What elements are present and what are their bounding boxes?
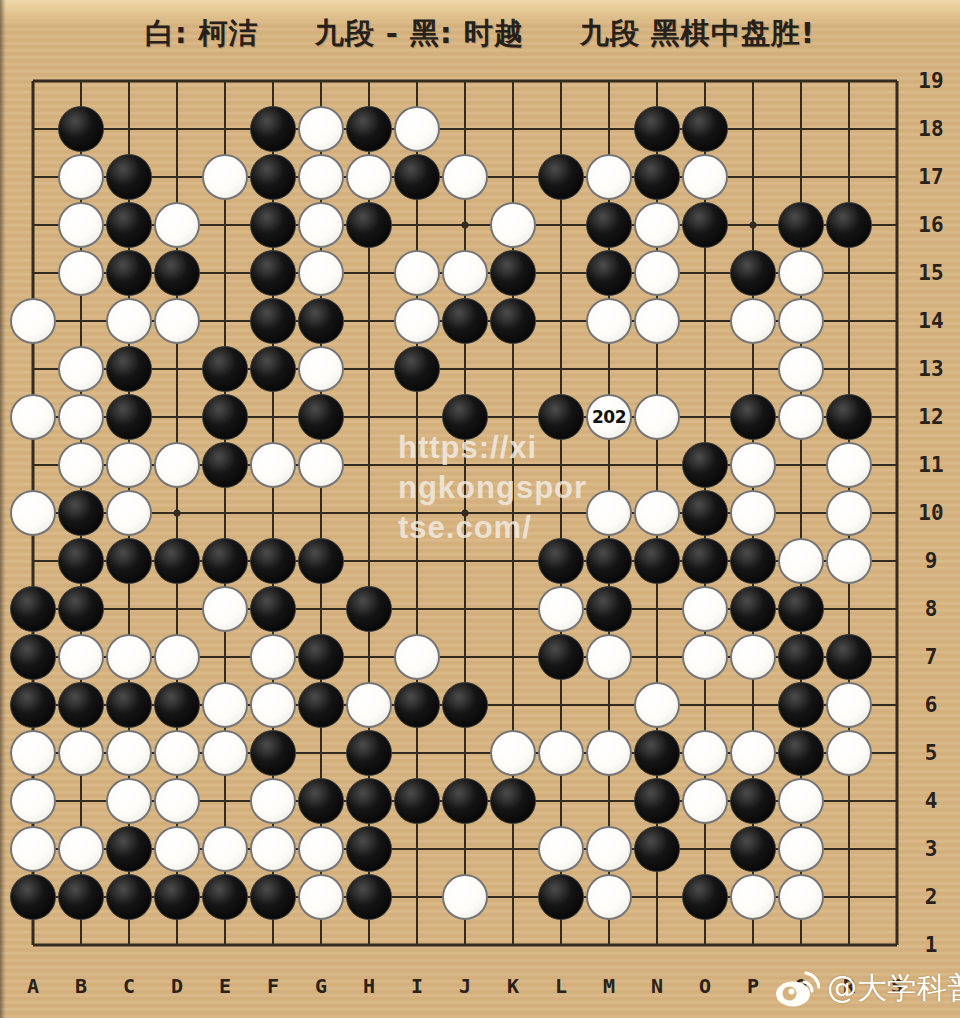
stone-white-F6	[250, 682, 296, 728]
go-game-screenshot: 白: 柯洁九段 - 黑: 时越九段 黑棋中盘胜! 202 ABCDEFGHIJK…	[0, 0, 960, 1018]
stone-white-F11	[250, 442, 296, 488]
result-label: 九段 黑棋中盘胜!	[580, 14, 815, 54]
stone-black-D15	[154, 250, 200, 296]
stone-white-A10	[10, 490, 56, 536]
stone-white-G17	[298, 154, 344, 200]
stone-black-L17	[538, 154, 584, 200]
stone-black-E9	[202, 538, 248, 584]
stone-white-I7	[394, 634, 440, 680]
col-label-I: I	[397, 974, 437, 998]
col-label-G: G	[301, 974, 341, 998]
col-label-H: H	[349, 974, 389, 998]
row-label-6: 6	[908, 693, 954, 717]
stone-black-N4	[634, 778, 680, 824]
stone-white-E5	[202, 730, 248, 776]
stone-black-O18	[682, 106, 728, 152]
stone-black-M16	[586, 202, 632, 248]
stone-black-P8	[730, 586, 776, 632]
stone-white-Q3	[778, 826, 824, 872]
stone-white-B12	[58, 394, 104, 440]
stone-black-A6	[10, 682, 56, 728]
col-label-L: L	[541, 974, 581, 998]
stone-black-O2	[682, 874, 728, 920]
stone-black-F16	[250, 202, 296, 248]
stone-white-L8	[538, 586, 584, 632]
stone-white-A14	[10, 298, 56, 344]
stone-white-P5	[730, 730, 776, 776]
url-watermark: https://xi ngkongspor tse.com/	[398, 428, 587, 548]
stone-white-N16	[634, 202, 680, 248]
col-label-J: J	[445, 974, 485, 998]
stone-white-M10	[586, 490, 632, 536]
col-label-O: O	[685, 974, 725, 998]
stone-white-G11	[298, 442, 344, 488]
left-edge-shadow	[0, 0, 6, 1018]
star-point	[750, 222, 757, 229]
stone-black-H3	[346, 826, 392, 872]
stone-white-D14	[154, 298, 200, 344]
stone-black-F13	[250, 346, 296, 392]
stone-black-R16	[826, 202, 872, 248]
stone-black-H4	[346, 778, 392, 824]
stone-white-M3	[586, 826, 632, 872]
stone-black-I6	[394, 682, 440, 728]
stone-black-G12	[298, 394, 344, 440]
stone-white-N14	[634, 298, 680, 344]
stone-black-F5	[250, 730, 296, 776]
stone-white-M12: 202	[586, 394, 632, 440]
stone-black-F15	[250, 250, 296, 296]
stone-black-Q5	[778, 730, 824, 776]
row-label-13: 13	[908, 357, 954, 381]
stone-black-A7	[10, 634, 56, 680]
stone-white-D16	[154, 202, 200, 248]
stone-black-P12	[730, 394, 776, 440]
stone-black-Q8	[778, 586, 824, 632]
stone-black-I17	[394, 154, 440, 200]
stone-white-C14	[106, 298, 152, 344]
stone-black-B10	[58, 490, 104, 536]
stone-white-Q14	[778, 298, 824, 344]
stone-black-C6	[106, 682, 152, 728]
stone-black-R12	[826, 394, 872, 440]
stone-black-H8	[346, 586, 392, 632]
stone-white-A5	[10, 730, 56, 776]
stone-white-J2	[442, 874, 488, 920]
stone-black-N5	[634, 730, 680, 776]
stone-white-H17	[346, 154, 392, 200]
ranks-and-black-player-label: 九段 - 黑: 时越	[315, 14, 524, 54]
stone-white-R11	[826, 442, 872, 488]
stone-white-G2	[298, 874, 344, 920]
stone-white-N6	[634, 682, 680, 728]
stone-black-A2	[10, 874, 56, 920]
row-label-15: 15	[908, 261, 954, 285]
stone-black-P9	[730, 538, 776, 584]
row-label-5: 5	[908, 741, 954, 765]
stone-white-M5	[586, 730, 632, 776]
stone-white-O17	[682, 154, 728, 200]
stone-black-N17	[634, 154, 680, 200]
stone-black-Q7	[778, 634, 824, 680]
stone-black-Q6	[778, 682, 824, 728]
weibo-handle: @大学科普	[827, 968, 960, 1009]
stone-white-Q15	[778, 250, 824, 296]
row-label-12: 12	[908, 405, 954, 429]
row-label-9: 9	[908, 549, 954, 573]
stone-white-P7	[730, 634, 776, 680]
stone-black-E12	[202, 394, 248, 440]
stone-white-M17	[586, 154, 632, 200]
stone-black-P3	[730, 826, 776, 872]
stone-black-D2	[154, 874, 200, 920]
stone-white-F7	[250, 634, 296, 680]
stone-white-M14	[586, 298, 632, 344]
stone-white-O5	[682, 730, 728, 776]
stone-black-E13	[202, 346, 248, 392]
stone-black-J12	[442, 394, 488, 440]
stone-white-F4	[250, 778, 296, 824]
stone-black-C3	[106, 826, 152, 872]
stone-black-H5	[346, 730, 392, 776]
stone-black-E2	[202, 874, 248, 920]
stone-white-G13	[298, 346, 344, 392]
stone-white-D11	[154, 442, 200, 488]
weibo-watermark: @大学科普	[774, 966, 960, 1010]
stone-black-H18	[346, 106, 392, 152]
col-label-B: B	[61, 974, 101, 998]
stone-white-G15	[298, 250, 344, 296]
stone-white-D7	[154, 634, 200, 680]
stone-black-J14	[442, 298, 488, 344]
row-label-7: 7	[908, 645, 954, 669]
row-label-19: 19	[908, 69, 954, 93]
stone-black-O11	[682, 442, 728, 488]
stone-black-P15	[730, 250, 776, 296]
stone-black-G4	[298, 778, 344, 824]
row-label-10: 10	[908, 501, 954, 525]
white-player-label: 白: 柯洁	[145, 14, 259, 54]
row-label-2: 2	[908, 885, 954, 909]
stone-white-B16	[58, 202, 104, 248]
stone-black-B18	[58, 106, 104, 152]
stone-black-P4	[730, 778, 776, 824]
stone-black-O10	[682, 490, 728, 536]
stone-black-K14	[490, 298, 536, 344]
row-label-16: 16	[908, 213, 954, 237]
row-label-11: 11	[908, 453, 954, 477]
col-label-K: K	[493, 974, 533, 998]
stone-black-C13	[106, 346, 152, 392]
stone-white-Q12	[778, 394, 824, 440]
col-label-A: A	[13, 974, 53, 998]
col-label-F: F	[253, 974, 293, 998]
stone-white-H6	[346, 682, 392, 728]
stone-white-L3	[538, 826, 584, 872]
stone-white-N15	[634, 250, 680, 296]
stone-black-I4	[394, 778, 440, 824]
stone-white-P10	[730, 490, 776, 536]
stone-black-M8	[586, 586, 632, 632]
stone-white-Q9	[778, 538, 824, 584]
col-label-D: D	[157, 974, 197, 998]
stone-black-C2	[106, 874, 152, 920]
stone-white-B13	[58, 346, 104, 392]
star-point	[462, 222, 469, 229]
stone-black-J4	[442, 778, 488, 824]
stone-white-I18	[394, 106, 440, 152]
stone-black-L9	[538, 538, 584, 584]
stone-white-J15	[442, 250, 488, 296]
stone-white-G18	[298, 106, 344, 152]
stone-black-O16	[682, 202, 728, 248]
row-label-18: 18	[908, 117, 954, 141]
stone-white-R6	[826, 682, 872, 728]
stone-white-D4	[154, 778, 200, 824]
game-result-title: 白: 柯洁九段 - 黑: 时越九段 黑棋中盘胜!	[0, 14, 960, 54]
stone-white-A3	[10, 826, 56, 872]
stone-black-H16	[346, 202, 392, 248]
stone-white-B7	[58, 634, 104, 680]
stone-white-P14	[730, 298, 776, 344]
stone-black-D6	[154, 682, 200, 728]
stone-white-A12	[10, 394, 56, 440]
col-label-C: C	[109, 974, 149, 998]
stone-white-R9	[826, 538, 872, 584]
stone-white-C5	[106, 730, 152, 776]
stone-white-B5	[58, 730, 104, 776]
stone-white-M2	[586, 874, 632, 920]
stone-white-E17	[202, 154, 248, 200]
stone-black-B8	[58, 586, 104, 632]
stone-black-G14	[298, 298, 344, 344]
move-number-label: 202	[588, 396, 630, 438]
stone-white-Q2	[778, 874, 824, 920]
stone-black-L12	[538, 394, 584, 440]
stone-white-C7	[106, 634, 152, 680]
stone-black-N3	[634, 826, 680, 872]
row-label-17: 17	[908, 165, 954, 189]
stone-white-P11	[730, 442, 776, 488]
stone-white-G16	[298, 202, 344, 248]
stone-black-E11	[202, 442, 248, 488]
stone-white-C10	[106, 490, 152, 536]
stone-white-I14	[394, 298, 440, 344]
stone-white-P2	[730, 874, 776, 920]
stone-white-N12	[634, 394, 680, 440]
stone-black-A8	[10, 586, 56, 632]
weibo-icon	[774, 968, 820, 1008]
stone-white-J17	[442, 154, 488, 200]
stone-white-O4	[682, 778, 728, 824]
stone-black-O9	[682, 538, 728, 584]
stone-black-F18	[250, 106, 296, 152]
stone-white-D3	[154, 826, 200, 872]
col-label-M: M	[589, 974, 629, 998]
col-label-E: E	[205, 974, 245, 998]
stone-black-L2	[538, 874, 584, 920]
stone-black-G9	[298, 538, 344, 584]
stone-white-B15	[58, 250, 104, 296]
row-label-14: 14	[908, 309, 954, 333]
stone-black-F14	[250, 298, 296, 344]
stone-white-N10	[634, 490, 680, 536]
stone-black-M9	[586, 538, 632, 584]
stone-black-C17	[106, 154, 152, 200]
row-label-4: 4	[908, 789, 954, 813]
col-label-P: P	[733, 974, 773, 998]
stone-white-Q4	[778, 778, 824, 824]
col-label-N: N	[637, 974, 677, 998]
stone-white-B17	[58, 154, 104, 200]
stone-black-J6	[442, 682, 488, 728]
stone-black-G7	[298, 634, 344, 680]
url-watermark-line: ngkongspor	[398, 468, 587, 508]
stone-black-C12	[106, 394, 152, 440]
stone-white-E6	[202, 682, 248, 728]
stone-white-B3	[58, 826, 104, 872]
stone-black-F9	[250, 538, 296, 584]
star-point	[462, 510, 469, 517]
stone-black-B2	[58, 874, 104, 920]
stone-black-F8	[250, 586, 296, 632]
stone-black-I13	[394, 346, 440, 392]
stone-black-Q16	[778, 202, 824, 248]
stone-black-D9	[154, 538, 200, 584]
stone-white-O7	[682, 634, 728, 680]
stone-black-R7	[826, 634, 872, 680]
stone-black-F2	[250, 874, 296, 920]
stone-black-G6	[298, 682, 344, 728]
star-point	[174, 510, 181, 517]
stone-black-B9	[58, 538, 104, 584]
stone-white-I15	[394, 250, 440, 296]
stone-black-C16	[106, 202, 152, 248]
row-label-3: 3	[908, 837, 954, 861]
stone-white-D5	[154, 730, 200, 776]
row-label-1: 1	[908, 933, 954, 957]
stone-white-E8	[202, 586, 248, 632]
row-label-8: 8	[908, 597, 954, 621]
stone-black-M15	[586, 250, 632, 296]
stone-black-C15	[106, 250, 152, 296]
stone-black-L7	[538, 634, 584, 680]
stone-white-C4	[106, 778, 152, 824]
stone-white-G3	[298, 826, 344, 872]
stone-white-K16	[490, 202, 536, 248]
stone-black-H2	[346, 874, 392, 920]
stone-white-O8	[682, 586, 728, 632]
stone-white-L5	[538, 730, 584, 776]
stone-white-K5	[490, 730, 536, 776]
stone-black-B6	[58, 682, 104, 728]
stone-white-E3	[202, 826, 248, 872]
stone-white-R10	[826, 490, 872, 536]
stone-white-F3	[250, 826, 296, 872]
stone-black-N9	[634, 538, 680, 584]
stone-black-F17	[250, 154, 296, 200]
stone-black-C9	[106, 538, 152, 584]
stone-white-M7	[586, 634, 632, 680]
stone-black-N18	[634, 106, 680, 152]
stone-white-R5	[826, 730, 872, 776]
stone-black-K4	[490, 778, 536, 824]
stone-white-Q13	[778, 346, 824, 392]
stone-black-K15	[490, 250, 536, 296]
stone-white-B11	[58, 442, 104, 488]
stone-white-A4	[10, 778, 56, 824]
stone-white-C11	[106, 442, 152, 488]
